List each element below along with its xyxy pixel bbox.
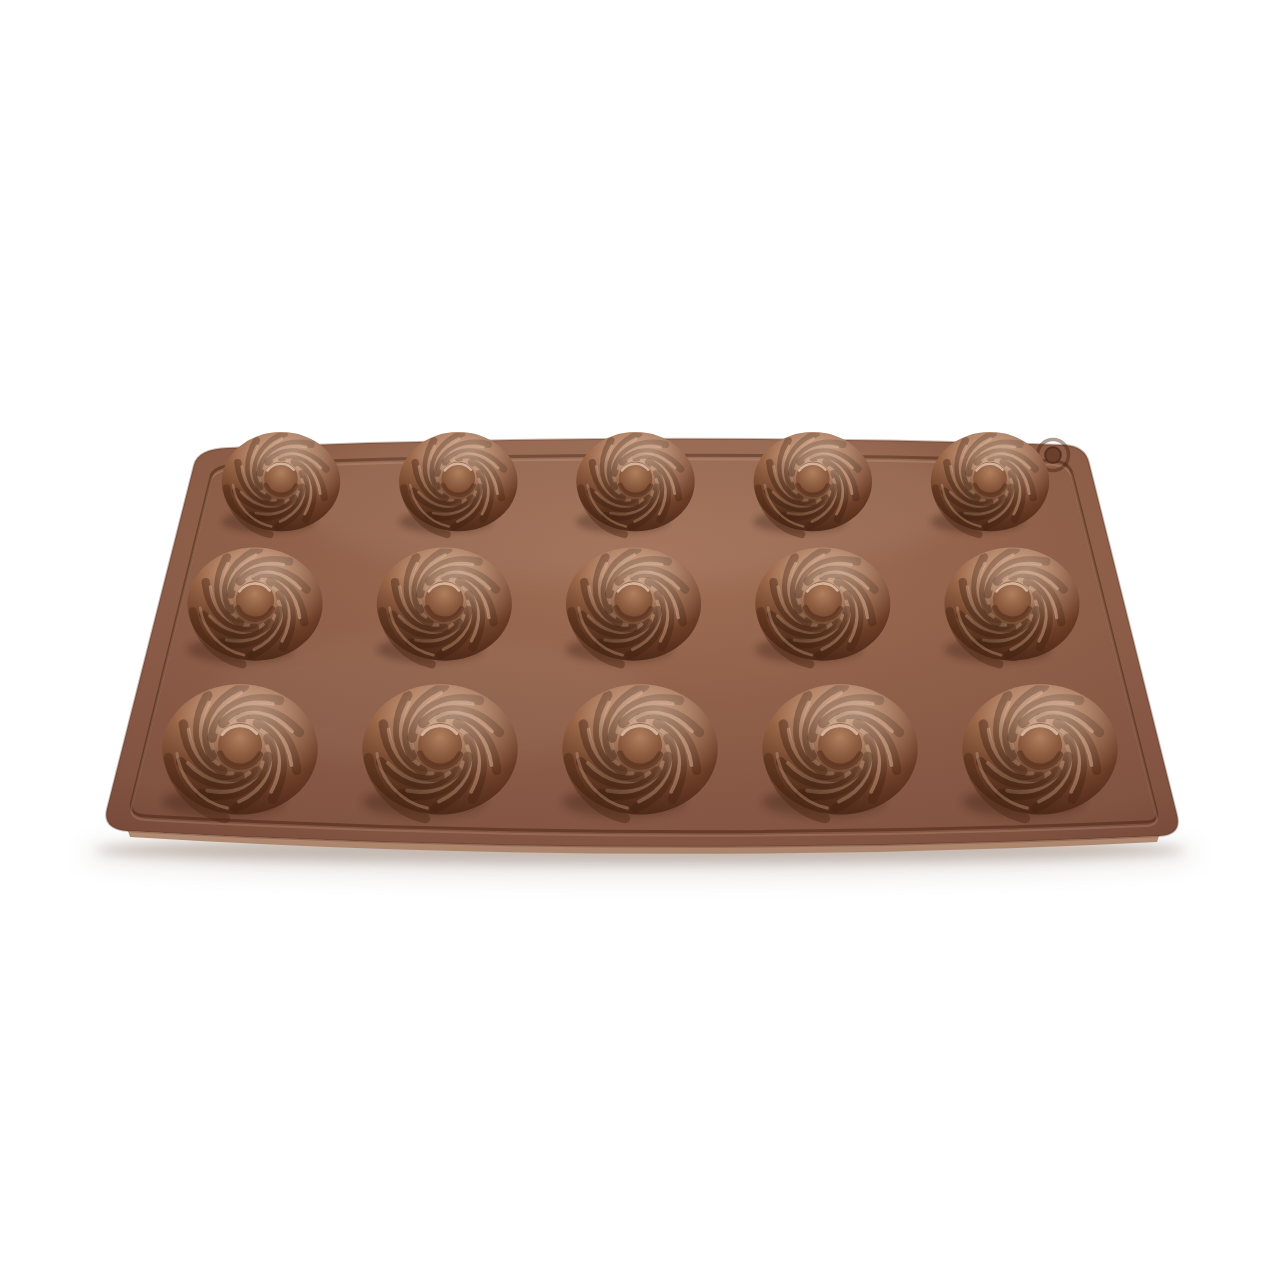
chocolate-mold-photo (0, 0, 1280, 1280)
photo-canvas (0, 0, 1280, 1280)
cavity-grid (162, 432, 1117, 819)
